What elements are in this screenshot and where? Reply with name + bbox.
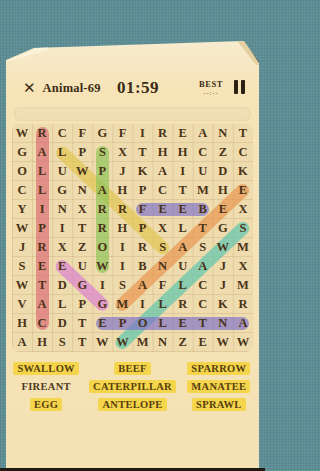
cell-r11c11[interactable]: N (213, 314, 233, 333)
cell-r10c1[interactable]: V (12, 295, 32, 314)
pause-button[interactable] (234, 80, 245, 94)
cell-r9c8[interactable]: F (153, 276, 173, 295)
best-label: BEST (194, 80, 228, 89)
cell-r1c10[interactable]: A (193, 124, 213, 143)
cell-r10c2[interactable]: A (32, 295, 52, 314)
cell-r4c2[interactable]: L (32, 181, 52, 200)
cell-r7c2[interactable]: R (32, 238, 52, 257)
cell-r12c2[interactable]: H (32, 333, 52, 352)
cell-r6c10[interactable]: T (193, 219, 213, 238)
cell-r5c8[interactable]: E (153, 200, 173, 219)
cell-r8c11[interactable]: J (213, 257, 233, 276)
cell-r8c9[interactable]: U (173, 257, 193, 276)
cell-r5c12[interactable]: X (233, 200, 253, 219)
cell-r5c5[interactable]: R (92, 200, 112, 219)
word-list: SWALLOWBEEFSPARROWFIREANTCATERPILLARMANA… (6, 362, 259, 411)
cell-r1c4[interactable]: F (72, 124, 92, 143)
word-swallow-found: SWALLOW (13, 362, 79, 375)
cell-r2c11[interactable]: Z (213, 143, 233, 162)
cell-r4c12[interactable]: E (233, 181, 253, 200)
paper-fold-top-left (6, 44, 48, 61)
header: ✕ Animal-69 01:59 BEST --:-- (6, 70, 259, 106)
cell-r10c12[interactable]: R (233, 295, 253, 314)
cell-r11c2[interactable]: C (32, 314, 52, 333)
cell-r10c9[interactable]: R (173, 295, 193, 314)
cell-r12c8[interactable]: N (153, 333, 173, 352)
cell-r3c8[interactable]: A (153, 162, 173, 181)
cell-r6c7[interactable]: P (133, 219, 153, 238)
cell-r7c6[interactable]: I (112, 238, 132, 257)
cell-r8c12[interactable]: X (233, 257, 253, 276)
cell-r4c1[interactable]: C (12, 181, 32, 200)
cell-r9c3[interactable]: D (52, 276, 72, 295)
pause-icon (234, 80, 238, 94)
cell-r2c8[interactable]: H (153, 143, 173, 162)
cell-r6c11[interactable]: G (213, 219, 233, 238)
best-score: BEST --:-- (194, 80, 228, 96)
cell-r5c9[interactable]: E (173, 200, 193, 219)
cell-r11c6[interactable]: P (112, 314, 132, 333)
pause-icon (241, 80, 245, 94)
word-antelope-found: ANTELOPE (98, 398, 166, 411)
cell-r4c11[interactable]: H (213, 181, 233, 200)
paper-sheet: ✕ Animal-69 01:59 BEST --:-- WRCFGFIREAN… (6, 40, 259, 468)
cell-r3c6[interactable]: J (112, 162, 132, 181)
word-manatee-found: MANATEE (187, 380, 250, 393)
cell-r3c2[interactable]: L (32, 162, 52, 181)
cell-r6c1[interactable]: W (12, 219, 32, 238)
cell-r3c9[interactable]: I (173, 162, 193, 181)
found-word-banner (14, 107, 251, 121)
cell-r6c2[interactable]: P (32, 219, 52, 238)
word-beef-found: BEEF (114, 362, 151, 375)
cell-r11c3[interactable]: D (52, 314, 72, 333)
cell-r11c4[interactable]: T (72, 314, 92, 333)
cell-r7c9[interactable]: A (173, 238, 193, 257)
cell-r2c3[interactable]: L (52, 143, 72, 162)
cell-r1c7[interactable]: I (133, 124, 153, 143)
cell-r10c4[interactable]: P (72, 295, 92, 314)
cell-r3c5[interactable]: P (92, 162, 112, 181)
cell-r7c3[interactable]: X (52, 238, 72, 257)
best-value: --:-- (194, 89, 228, 96)
cell-r2c10[interactable]: C (193, 143, 213, 162)
cell-r1c3[interactable]: C (52, 124, 72, 143)
word-egg-found: EGG (30, 398, 62, 411)
cell-r1c12[interactable]: T (233, 124, 253, 143)
puzzle-title: Animal-69 (43, 81, 101, 96)
cell-r2c12[interactable]: C (233, 143, 253, 162)
cell-r7c5[interactable]: O (92, 238, 112, 257)
cell-r2c6[interactable]: X (112, 143, 132, 162)
cell-r7c10[interactable]: S (193, 238, 213, 257)
cell-r8c4[interactable]: U (72, 257, 92, 276)
paper-crease-top-right (237, 41, 259, 65)
cell-r5c3[interactable]: N (52, 200, 72, 219)
cell-r3c12[interactable]: K (233, 162, 253, 181)
cell-r10c11[interactable]: K (213, 295, 233, 314)
cell-r9c12[interactable]: M (233, 276, 253, 295)
cell-r12c1[interactable]: A (12, 333, 32, 352)
cell-r1c2[interactable]: R (32, 124, 52, 143)
cell-r3c10[interactable]: U (193, 162, 213, 181)
cell-r4c6[interactable]: H (112, 181, 132, 200)
cell-r10c3[interactable]: L (52, 295, 72, 314)
cell-r11c1[interactable]: H (12, 314, 32, 333)
cell-r2c2[interactable]: A (32, 143, 52, 162)
cell-r9c10[interactable]: C (193, 276, 213, 295)
cell-r10c8[interactable]: L (153, 295, 173, 314)
cell-r8c8[interactable]: N (153, 257, 173, 276)
cell-r1c11[interactable]: N (213, 124, 233, 143)
cell-r9c11[interactable]: J (213, 276, 233, 295)
cell-r8c10[interactable]: A (193, 257, 213, 276)
cell-r10c6[interactable]: M (112, 295, 132, 314)
cell-r4c10[interactable]: M (193, 181, 213, 200)
cell-r8c2[interactable]: E (32, 257, 52, 276)
cell-r12c12[interactable]: W (233, 333, 253, 352)
cell-r3c7[interactable]: K (133, 162, 153, 181)
cell-r11c10[interactable]: T (193, 314, 213, 333)
cell-r5c7[interactable]: F (133, 200, 153, 219)
cell-r12c11[interactable]: W (213, 333, 233, 352)
cell-r9c4[interactable]: G (72, 276, 92, 295)
cell-r9c9[interactable]: L (173, 276, 193, 295)
cell-r11c5[interactable]: E (92, 314, 112, 333)
timer: 01:59 (107, 78, 169, 98)
cell-r12c4[interactable]: T (72, 333, 92, 352)
cell-r2c5[interactable]: S (92, 143, 112, 162)
cell-r6c6[interactable]: H (112, 219, 132, 238)
cell-r8c3[interactable]: E (52, 257, 72, 276)
cell-r12c10[interactable]: E (193, 333, 213, 352)
cell-r7c8[interactable]: S (153, 238, 173, 257)
cell-r5c2[interactable]: I (32, 200, 52, 219)
cell-r3c11[interactable]: D (213, 162, 233, 181)
cell-r11c12[interactable]: A (233, 314, 253, 333)
cell-r8c1[interactable]: S (12, 257, 32, 276)
cell-r10c7[interactable]: I (133, 295, 153, 314)
cell-r8c5[interactable]: W (92, 257, 112, 276)
cell-r11c8[interactable]: L (153, 314, 173, 333)
cell-r6c12[interactable]: S (233, 219, 253, 238)
word-sprawl-found: SPRAWL (192, 398, 246, 411)
cell-r6c3[interactable]: I (52, 219, 72, 238)
cell-r1c1[interactable]: W (12, 124, 32, 143)
cell-r3c1[interactable]: O (12, 162, 32, 181)
cell-r7c4[interactable]: Z (72, 238, 92, 257)
cell-r4c3[interactable]: G (52, 181, 72, 200)
word-fireant-unfound: FIREANT (17, 380, 74, 393)
word-sparrow-found: SPARROW (187, 362, 250, 375)
cell-r8c7[interactable]: B (133, 257, 153, 276)
cell-r3c3[interactable]: U (52, 162, 72, 181)
cell-r9c5[interactable]: I (92, 276, 112, 295)
cell-r4c4[interactable]: N (72, 181, 92, 200)
cell-r11c7[interactable]: O (133, 314, 153, 333)
cell-r5c1[interactable]: Y (12, 200, 32, 219)
cell-r2c4[interactable]: P (72, 143, 92, 162)
cell-r6c9[interactable]: L (173, 219, 193, 238)
cell-r4c9[interactable]: T (173, 181, 193, 200)
cell-r5c11[interactable]: E (213, 200, 233, 219)
cell-r3c4[interactable]: W (72, 162, 92, 181)
cell-r1c6[interactable]: F (112, 124, 132, 143)
cell-r12c6[interactable]: W (112, 333, 132, 352)
cell-r10c10[interactable]: C (193, 295, 213, 314)
cell-r7c1[interactable]: J (12, 238, 32, 257)
cell-r4c7[interactable]: P (133, 181, 153, 200)
letter-grid-panel: WRCFGFIREANTGALPSXTHHCZCOLUWPJKAIUDKCLGN… (12, 124, 253, 352)
cell-r2c7[interactable]: T (133, 143, 153, 162)
cell-r11c9[interactable]: E (173, 314, 193, 333)
cell-r6c5[interactable]: R (92, 219, 112, 238)
cell-r5c10[interactable]: B (193, 200, 213, 219)
close-icon[interactable]: ✕ (23, 81, 36, 96)
cell-r12c5[interactable]: W (92, 333, 112, 352)
cell-r4c5[interactable]: A (92, 181, 112, 200)
cell-r8c6[interactable]: I (112, 257, 132, 276)
cell-r12c3[interactable]: S (52, 333, 72, 352)
cell-r2c9[interactable]: H (173, 143, 193, 162)
cell-r4c8[interactable]: C (153, 181, 173, 200)
cell-r9c1[interactable]: W (12, 276, 32, 295)
cell-r12c7[interactable]: M (133, 333, 153, 352)
cell-r7c11[interactable]: W (213, 238, 233, 257)
cell-r2c1[interactable]: G (12, 143, 32, 162)
cell-r9c6[interactable]: S (112, 276, 132, 295)
cell-r1c8[interactable]: R (153, 124, 173, 143)
cell-r7c12[interactable]: M (233, 238, 253, 257)
cell-r5c6[interactable]: R (112, 200, 132, 219)
letter-grid: WRCFGFIREANTGALPSXTHHCZCOLUWPJKAIUDKCLGN… (12, 124, 253, 352)
cell-r12c9[interactable]: Z (173, 333, 193, 352)
cell-r10c5[interactable]: G (92, 295, 112, 314)
cell-r1c5[interactable]: G (92, 124, 112, 143)
cell-r7c7[interactable]: R (133, 238, 153, 257)
cell-r9c7[interactable]: A (133, 276, 153, 295)
cell-r6c4[interactable]: T (72, 219, 92, 238)
word-caterpillar-found: CATERPILLAR (89, 380, 176, 393)
cell-r5c4[interactable]: X (72, 200, 92, 219)
cell-r1c9[interactable]: E (173, 124, 193, 143)
cell-r6c8[interactable]: X (153, 219, 173, 238)
cell-r9c2[interactable]: T (32, 276, 52, 295)
